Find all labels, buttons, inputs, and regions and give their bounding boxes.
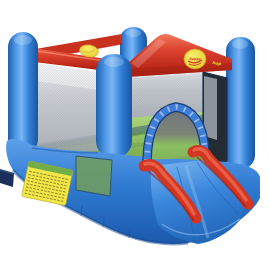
base-mesh-window <box>76 156 112 196</box>
bounce-house-illustration: happy hop <box>0 0 270 270</box>
front-left-mesh-wall <box>36 63 98 151</box>
anchor-tab <box>0 169 14 187</box>
logo-text: happy <box>189 57 201 61</box>
bounce-house-photo: happy hop <box>0 0 270 270</box>
right-corner-post <box>226 37 255 169</box>
front-center-post <box>96 54 132 158</box>
front-left-post <box>8 32 38 154</box>
